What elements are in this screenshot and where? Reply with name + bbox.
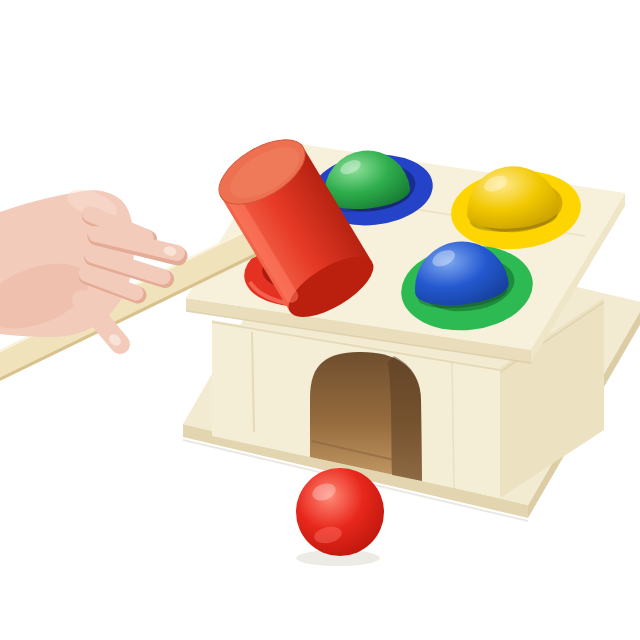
toy-photo-scene [0,0,640,640]
scene-canvas [0,0,640,640]
ball-red [296,468,384,556]
